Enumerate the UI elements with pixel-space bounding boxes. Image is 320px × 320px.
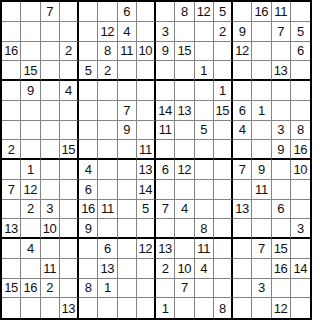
cell-r12c5-given: 9 (79, 219, 98, 239)
cell-r3c6-given: 8 (98, 42, 117, 62)
cell-r15c3-given: 2 (41, 279, 60, 299)
cell-r10c13-empty[interactable] (233, 180, 252, 200)
cell-r4c7-empty[interactable] (118, 61, 137, 81)
cell-r15c10-given: 7 (175, 279, 194, 299)
cell-r4c2-given: 15 (21, 61, 40, 81)
cell-r9c14-given: 9 (252, 160, 271, 180)
cell-r2c4-empty[interactable] (60, 22, 79, 42)
cell-r12c8-empty[interactable] (137, 219, 156, 239)
cell-r14c2-empty[interactable] (21, 259, 40, 279)
cell-r1c8-empty[interactable] (137, 2, 156, 22)
cell-r3c9-given: 9 (156, 42, 175, 62)
hexadoku-puzzle: 7681251611124329751628111091512615521139… (0, 0, 320, 320)
cell-r4c12-empty[interactable] (214, 61, 233, 81)
cell-r12c3-given: 10 (41, 219, 60, 239)
cell-r8c8-given: 11 (137, 140, 156, 160)
cell-r13c8-given: 12 (137, 239, 156, 259)
cell-r14c1-empty[interactable] (2, 259, 21, 279)
cell-r13c14-given: 7 (252, 239, 271, 259)
cell-r9c16-given: 10 (291, 160, 310, 180)
cell-r11c8-given: 5 (137, 200, 156, 220)
cell-r11c16-empty[interactable] (291, 200, 310, 220)
cell-r13c11-given: 11 (195, 239, 214, 259)
cell-r1c3-given: 7 (41, 2, 60, 22)
cell-r2c7-given: 4 (118, 22, 137, 42)
cell-r3c8-given: 10 (137, 42, 156, 62)
cell-r14c4-empty[interactable] (60, 259, 79, 279)
cell-r5c5-empty[interactable] (79, 81, 98, 101)
cell-r7c8-empty[interactable] (137, 121, 156, 141)
cell-r5c14-empty[interactable] (252, 81, 271, 101)
cell-r9c11-empty[interactable] (195, 160, 214, 180)
cell-r2c1-empty[interactable] (2, 22, 21, 42)
cell-r14c12-empty[interactable] (214, 259, 233, 279)
cell-r13c9-given: 13 (156, 239, 175, 259)
cell-r2c11-empty[interactable] (195, 22, 214, 42)
cell-r15c12-empty[interactable] (214, 279, 233, 299)
cell-r9c2-given: 1 (21, 160, 40, 180)
cell-r10c2-given: 12 (21, 180, 40, 200)
cell-r12c13-empty[interactable] (233, 219, 252, 239)
cell-r9c3-empty[interactable] (41, 160, 60, 180)
cell-r2c8-empty[interactable] (137, 22, 156, 42)
cell-r4c6-given: 2 (98, 61, 117, 81)
cell-r5c8-empty[interactable] (137, 81, 156, 101)
cell-r9c7-empty[interactable] (118, 160, 137, 180)
cell-r16c13-empty[interactable] (233, 298, 252, 318)
cell-r8c2-empty[interactable] (21, 140, 40, 160)
cell-r3c16-given: 6 (291, 42, 310, 62)
cell-r5c15-empty[interactable] (272, 81, 291, 101)
cell-r5c4-given: 4 (60, 81, 79, 101)
cell-r5c7-empty[interactable] (118, 81, 137, 101)
cell-r1c16-empty[interactable] (291, 2, 310, 22)
cell-r2c13-given: 9 (233, 22, 252, 42)
cell-r15c16-empty[interactable] (291, 279, 310, 299)
cell-r3c7-given: 11 (118, 42, 137, 62)
cell-r11c9-given: 7 (156, 200, 175, 220)
cell-r11c15-given: 6 (272, 200, 291, 220)
cell-r3c14-empty[interactable] (252, 42, 271, 62)
cell-r12c16-given: 3 (291, 219, 310, 239)
cell-r16c6-empty[interactable] (98, 298, 117, 318)
cell-r6c2-empty[interactable] (21, 101, 40, 121)
cell-r3c15-empty[interactable] (272, 42, 291, 62)
cell-r2c10-empty[interactable] (175, 22, 194, 42)
cell-r4c5-given: 5 (79, 61, 98, 81)
cell-r6c16-empty[interactable] (291, 101, 310, 121)
cell-r11c5-given: 16 (79, 200, 98, 220)
cell-r11c2-given: 2 (21, 200, 40, 220)
cell-r13c15-given: 15 (272, 239, 291, 259)
cell-r5c1-empty[interactable] (2, 81, 21, 101)
cell-r15c8-empty[interactable] (137, 279, 156, 299)
cell-r16c12-given: 8 (214, 298, 233, 318)
cell-r3c11-empty[interactable] (195, 42, 214, 62)
cell-r9c8-given: 13 (137, 160, 156, 180)
cell-r10c5-given: 6 (79, 180, 98, 200)
cell-r11c7-empty[interactable] (118, 200, 137, 220)
cell-r4c8-empty[interactable] (137, 61, 156, 81)
cell-r4c16-empty[interactable] (291, 61, 310, 81)
cell-r2c5-empty[interactable] (79, 22, 98, 42)
cell-r3c2-empty[interactable] (21, 42, 40, 62)
cell-r10c15-empty[interactable] (272, 180, 291, 200)
cell-r14c9-given: 2 (156, 259, 175, 279)
cell-r12c4-empty[interactable] (60, 219, 79, 239)
cell-r15c4-empty[interactable] (60, 279, 79, 299)
cell-r11c4-empty[interactable] (60, 200, 79, 220)
cell-r15c11-empty[interactable] (195, 279, 214, 299)
cell-r8c11-empty[interactable] (195, 140, 214, 160)
cell-r9c1-empty[interactable] (2, 160, 21, 180)
cell-r5c3-empty[interactable] (41, 81, 60, 101)
cell-r1c6-empty[interactable] (98, 2, 117, 22)
cell-r3c5-empty[interactable] (79, 42, 98, 62)
cell-r13c16-empty[interactable] (291, 239, 310, 259)
cell-r6c10-given: 13 (175, 101, 194, 121)
cell-r6c4-empty[interactable] (60, 101, 79, 121)
cell-r13c6-given: 6 (98, 239, 117, 259)
cell-r5c13-empty[interactable] (233, 81, 252, 101)
cell-r9c4-empty[interactable] (60, 160, 79, 180)
sudoku-board: 7681251611124329751628111091512615521139… (0, 0, 312, 320)
cell-r10c16-empty[interactable] (291, 180, 310, 200)
cell-r5c2-given: 9 (21, 81, 40, 101)
cell-r6c5-empty[interactable] (79, 101, 98, 121)
cell-r9c15-empty[interactable] (272, 160, 291, 180)
cell-r16c2-empty[interactable] (21, 298, 40, 318)
cell-r10c8-given: 14 (137, 180, 156, 200)
cell-r10c10-empty[interactable] (175, 180, 194, 200)
cell-r3c1-given: 16 (2, 42, 21, 62)
cell-r7c11-given: 5 (195, 121, 214, 141)
cell-r4c11-given: 1 (195, 61, 214, 81)
cell-r2c6-given: 12 (98, 22, 117, 42)
cell-r4c15-given: 13 (272, 61, 291, 81)
cell-r6c8-empty[interactable] (137, 101, 156, 121)
cell-r16c7-empty[interactable] (118, 298, 137, 318)
cell-r11c11-empty[interactable] (195, 200, 214, 220)
cell-r4c4-empty[interactable] (60, 61, 79, 81)
cell-r7c5-empty[interactable] (79, 121, 98, 141)
cell-r9c6-empty[interactable] (98, 160, 117, 180)
cell-r8c4-given: 15 (60, 140, 79, 160)
cell-r11c1-empty[interactable] (2, 200, 21, 220)
cell-r16c8-empty[interactable] (137, 298, 156, 318)
cell-r7c9-given: 11 (156, 121, 175, 141)
cell-r8c16-given: 16 (291, 140, 310, 160)
cell-r13c7-empty[interactable] (118, 239, 137, 259)
cell-r6c9-given: 14 (156, 101, 175, 121)
cell-r2c16-given: 5 (291, 22, 310, 42)
cell-r8c1-given: 2 (2, 140, 21, 160)
cell-r1c9-empty[interactable] (156, 2, 175, 22)
cell-r12c7-empty[interactable] (118, 219, 137, 239)
cell-r16c5-empty[interactable] (79, 298, 98, 318)
cell-r14c3-given: 11 (41, 259, 60, 279)
cell-r3c3-empty[interactable] (41, 42, 60, 62)
cell-r16c11-empty[interactable] (195, 298, 214, 318)
cell-r13c12-empty[interactable] (214, 239, 233, 259)
cell-r8c13-empty[interactable] (233, 140, 252, 160)
cell-r13c5-empty[interactable] (79, 239, 98, 259)
cell-r8c12-empty[interactable] (214, 140, 233, 160)
cell-r16c4-given: 13 (60, 298, 79, 318)
cell-r10c11-empty[interactable] (195, 180, 214, 200)
cell-r7c10-empty[interactable] (175, 121, 194, 141)
cell-r5c9-empty[interactable] (156, 81, 175, 101)
cell-r7c13-given: 4 (233, 121, 252, 141)
cell-r1c11-given: 12 (195, 2, 214, 22)
cell-r12c12-empty[interactable] (214, 219, 233, 239)
cell-r13c1-empty[interactable] (2, 239, 21, 259)
cell-r11c3-given: 3 (41, 200, 60, 220)
cell-r8c15-given: 9 (272, 140, 291, 160)
cell-r3c12-empty[interactable] (214, 42, 233, 62)
cell-r9c10-given: 12 (175, 160, 194, 180)
cell-r11c10-given: 4 (175, 200, 194, 220)
cell-r12c11-given: 8 (195, 219, 214, 239)
cell-r3c13-given: 12 (233, 42, 252, 62)
cell-r1c13-empty[interactable] (233, 2, 252, 22)
cell-r2c3-empty[interactable] (41, 22, 60, 42)
cell-r4c13-empty[interactable] (233, 61, 252, 81)
cell-r16c15-given: 12 (272, 298, 291, 318)
cell-r1c5-empty[interactable] (79, 2, 98, 22)
cell-r2c9-given: 3 (156, 22, 175, 42)
cell-r16c16-empty[interactable] (291, 298, 310, 318)
cell-r9c5-given: 4 (79, 160, 98, 180)
cell-r15c14-given: 3 (252, 279, 271, 299)
cell-r13c10-empty[interactable] (175, 239, 194, 259)
cell-r16c1-empty[interactable] (2, 298, 21, 318)
cell-r4c10-empty[interactable] (175, 61, 194, 81)
cell-r1c7-given: 6 (118, 2, 137, 22)
cell-r7c6-empty[interactable] (98, 121, 117, 141)
cell-r1c12-given: 5 (214, 2, 233, 22)
cell-r15c15-empty[interactable] (272, 279, 291, 299)
cell-r12c9-empty[interactable] (156, 219, 175, 239)
cell-r6c15-empty[interactable] (272, 101, 291, 121)
cell-r7c1-empty[interactable] (2, 121, 21, 141)
cell-r6c11-empty[interactable] (195, 101, 214, 121)
cell-r7c12-empty[interactable] (214, 121, 233, 141)
cell-r13c13-empty[interactable] (233, 239, 252, 259)
cell-r3c4-given: 2 (60, 42, 79, 62)
cell-r10c7-empty[interactable] (118, 180, 137, 200)
cell-r8c10-empty[interactable] (175, 140, 194, 160)
cell-r8c6-empty[interactable] (98, 140, 117, 160)
cell-r7c2-empty[interactable] (21, 121, 40, 141)
cell-r14c11-given: 4 (195, 259, 214, 279)
cell-r5c11-empty[interactable] (195, 81, 214, 101)
cell-r5c16-empty[interactable] (291, 81, 310, 101)
cell-r15c1-given: 15 (2, 279, 21, 299)
cell-r2c14-empty[interactable] (252, 22, 271, 42)
cell-r7c3-empty[interactable] (41, 121, 60, 141)
cell-r6c14-given: 1 (252, 101, 271, 121)
cell-r14c16-given: 14 (291, 259, 310, 279)
cell-r14c7-empty[interactable] (118, 259, 137, 279)
cell-r10c4-empty[interactable] (60, 180, 79, 200)
cell-r8c7-empty[interactable] (118, 140, 137, 160)
cell-r6c6-empty[interactable] (98, 101, 117, 121)
cell-r1c15-given: 11 (272, 2, 291, 22)
cell-r14c10-given: 10 (175, 259, 194, 279)
cell-r9c13-given: 7 (233, 160, 252, 180)
cell-r6c12-given: 15 (214, 101, 233, 121)
cell-r16c9-given: 1 (156, 298, 175, 318)
cell-r11c13-given: 13 (233, 200, 252, 220)
cell-r1c2-empty[interactable] (21, 2, 40, 22)
cell-r13c2-given: 4 (21, 239, 40, 259)
cell-r10c9-empty[interactable] (156, 180, 175, 200)
cell-r2c15-given: 7 (272, 22, 291, 42)
cell-r10c1-given: 7 (2, 180, 21, 200)
cell-r14c15-given: 16 (272, 259, 291, 279)
cell-r3c10-given: 15 (175, 42, 194, 62)
cell-r7c7-given: 9 (118, 121, 137, 141)
cell-r4c9-empty[interactable] (156, 61, 175, 81)
cell-r7c4-empty[interactable] (60, 121, 79, 141)
cell-r8c14-empty[interactable] (252, 140, 271, 160)
cell-r5c12-given: 1 (214, 81, 233, 101)
cell-r15c13-empty[interactable] (233, 279, 252, 299)
cell-r12c14-empty[interactable] (252, 219, 271, 239)
cell-r7c14-empty[interactable] (252, 121, 271, 141)
cell-r14c6-given: 13 (98, 259, 117, 279)
cell-r9c9-given: 6 (156, 160, 175, 180)
cell-r4c3-empty[interactable] (41, 61, 60, 81)
cell-r6c13-given: 6 (233, 101, 252, 121)
cell-r1c14-given: 16 (252, 2, 271, 22)
cell-r4c14-empty[interactable] (252, 61, 271, 81)
cell-r15c5-given: 8 (79, 279, 98, 299)
cell-r13c4-empty[interactable] (60, 239, 79, 259)
cell-r4c1-empty[interactable] (2, 61, 21, 81)
cell-r10c12-empty[interactable] (214, 180, 233, 200)
cell-r7c15-given: 3 (272, 121, 291, 141)
cell-r1c10-given: 8 (175, 2, 194, 22)
cell-r1c4-empty[interactable] (60, 2, 79, 22)
cell-r10c14-given: 11 (252, 180, 271, 200)
cell-r2c12-given: 2 (214, 22, 233, 42)
cell-r13c3-empty[interactable] (41, 239, 60, 259)
cell-r11c12-empty[interactable] (214, 200, 233, 220)
cell-r10c3-empty[interactable] (41, 180, 60, 200)
cell-r14c5-empty[interactable] (79, 259, 98, 279)
cell-r6c1-empty[interactable] (2, 101, 21, 121)
cell-r10c6-empty[interactable] (98, 180, 117, 200)
cell-r14c14-empty[interactable] (252, 259, 271, 279)
cell-r16c10-empty[interactable] (175, 298, 194, 318)
cell-r15c2-given: 16 (21, 279, 40, 299)
cell-r14c13-empty[interactable] (233, 259, 252, 279)
cell-r8c3-empty[interactable] (41, 140, 60, 160)
cell-r12c2-empty[interactable] (21, 219, 40, 239)
cell-r2c2-empty[interactable] (21, 22, 40, 42)
cell-r15c9-empty[interactable] (156, 279, 175, 299)
cell-r16c14-empty[interactable] (252, 298, 271, 318)
cell-r6c3-empty[interactable] (41, 101, 60, 121)
cell-r12c10-empty[interactable] (175, 219, 194, 239)
cell-r6c7-given: 7 (118, 101, 137, 121)
cell-r9c12-empty[interactable] (214, 160, 233, 180)
cell-r7c16-given: 8 (291, 121, 310, 141)
cell-r12c1-given: 13 (2, 219, 21, 239)
cell-r15c6-given: 1 (98, 279, 117, 299)
cell-r11c6-given: 11 (98, 200, 117, 220)
cell-r12c15-empty[interactable] (272, 219, 291, 239)
cell-r1c1-empty[interactable] (2, 2, 21, 22)
cell-r5c10-empty[interactable] (175, 81, 194, 101)
cell-r12c6-empty[interactable] (98, 219, 117, 239)
cell-r8c5-empty[interactable] (79, 140, 98, 160)
cell-r14c8-empty[interactable] (137, 259, 156, 279)
cell-r8c9-empty[interactable] (156, 140, 175, 160)
cell-r15c7-empty[interactable] (118, 279, 137, 299)
cell-r11c14-empty[interactable] (252, 200, 271, 220)
cell-r5c6-empty[interactable] (98, 81, 117, 101)
cell-r16c3-empty[interactable] (41, 298, 60, 318)
